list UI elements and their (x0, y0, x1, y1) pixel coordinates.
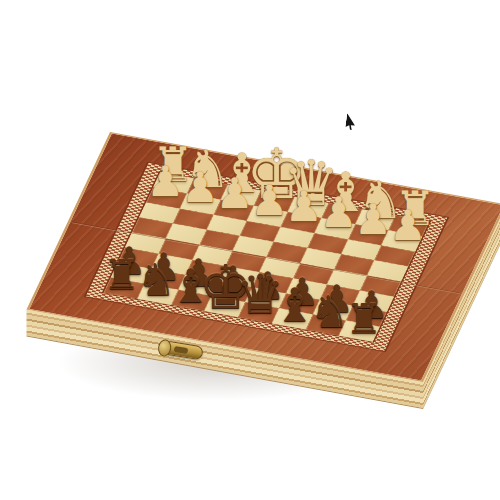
white-p-h2[interactable]: ♟ (147, 161, 185, 203)
white-p-f2[interactable]: ♟ (216, 173, 254, 215)
black-r-h8[interactable]: ♜ (103, 255, 140, 296)
white-p-b2[interactable]: ♟ (354, 199, 392, 241)
white-p-g2[interactable]: ♟ (181, 167, 219, 209)
mouse-cursor-icon (345, 113, 358, 130)
black-n-b8[interactable]: ♞ (310, 290, 349, 334)
white-p-d2[interactable]: ♟ (285, 186, 323, 228)
white-p-c2[interactable]: ♟ (320, 192, 358, 234)
white-p-e2[interactable]: ♟ (250, 180, 288, 222)
product-photo: ♜♞♝♚♛♝♞♜♟♟♟♟♟♟♟♟♟♟♟♟♟♟♟♟♜♞♝♚♛♝♞♜ (0, 0, 500, 500)
white-p-a2[interactable]: ♟ (389, 205, 427, 247)
black-r-a8[interactable]: ♜ (346, 299, 383, 340)
